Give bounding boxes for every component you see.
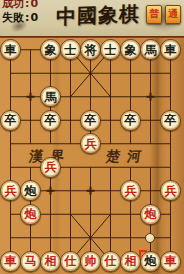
piece-red-elephant[interactable]: 相 (40, 251, 61, 272)
piece-red-soldier[interactable]: 兵 (80, 133, 101, 154)
piece-black-soldier[interactable]: 卒 (160, 110, 181, 131)
wins-label: 成功 (2, 0, 30, 10)
piece-red-horse[interactable]: 马 (20, 251, 41, 272)
piece-black-soldier[interactable]: 卒 (0, 110, 21, 131)
losses-counter: 失敗0 (2, 11, 38, 25)
piece-red-cannon[interactable]: 炮 (20, 204, 41, 225)
piece-red-advisor[interactable]: 仕 (60, 251, 81, 272)
piece-black-elephant[interactable]: 象 (40, 39, 61, 60)
piece-red-cannon[interactable]: 炮 (140, 204, 161, 225)
wins-value: 0 (30, 0, 38, 10)
piece-red-rook[interactable]: 車 (160, 251, 181, 272)
piece-red-soldier[interactable]: 兵 (120, 180, 141, 201)
piece-black-rook[interactable]: 車 (160, 39, 181, 60)
score-panel: 成功0 失敗0 (2, 0, 38, 25)
piece-red-general[interactable]: 帅 (80, 251, 101, 272)
piece-red-elephant[interactable]: 相 (120, 251, 141, 272)
piece-red-soldier[interactable]: 兵 (40, 157, 61, 178)
difficulty-plaque-2[interactable]: 通 (165, 5, 181, 24)
losses-value: 0 (30, 11, 38, 24)
piece-black-advisor[interactable]: 士 (60, 39, 81, 60)
piece-black-rook[interactable]: 車 (0, 39, 21, 60)
losses-label: 失敗 (2, 11, 30, 24)
piece-black-cannon[interactable]: 炮 (20, 180, 41, 201)
piece-black-soldier[interactable]: 卒 (80, 110, 101, 131)
piece-black-soldier[interactable]: 卒 (120, 110, 141, 131)
move-trail-dot (145, 233, 155, 243)
header-bar: 成功0 失敗0 中國象棋 普 通 (0, 0, 184, 36)
piece-black-horse[interactable]: 馬 (140, 39, 161, 60)
difficulty-button[interactable]: 普 通 (146, 5, 181, 24)
piece-black-elephant[interactable]: 象 (120, 39, 141, 60)
pieces-grid: 車象士将士象馬車馬卒卒卒卒卒兵兵兵炮兵兵炮炮車马相仕帅仕相炮車 (0, 38, 180, 273)
piece-red-rook[interactable]: 車 (0, 251, 21, 272)
piece-red-soldier[interactable]: 兵 (160, 180, 181, 201)
xiangqi-app: 成功0 失敗0 中國象棋 普 通 漢界 楚河 車象士将士象馬車馬卒卒卒卒卒兵兵兵… (0, 0, 184, 274)
piece-black-cannon[interactable]: 炮 (140, 251, 161, 272)
piece-red-soldier[interactable]: 兵 (0, 180, 21, 201)
game-title: 中國象棋 (52, 0, 144, 30)
piece-black-horse[interactable]: 馬 (40, 86, 61, 107)
piece-red-advisor[interactable]: 仕 (100, 251, 121, 272)
piece-black-advisor[interactable]: 士 (100, 39, 121, 60)
xiangqi-board[interactable]: 漢界 楚河 車象士将士象馬車馬卒卒卒卒卒兵兵兵炮兵兵炮炮車马相仕帅仕相炮車 (0, 38, 184, 274)
wins-counter: 成功0 (2, 0, 38, 11)
piece-black-general[interactable]: 将 (80, 39, 101, 60)
piece-black-soldier[interactable]: 卒 (40, 110, 61, 131)
difficulty-plaque-1[interactable]: 普 (146, 5, 162, 24)
